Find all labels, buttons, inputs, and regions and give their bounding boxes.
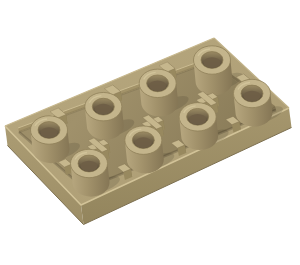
open-stud-ring	[233, 79, 272, 126]
plate-2x4-inverted-render	[0, 0, 300, 265]
open-stud-ring	[31, 116, 70, 163]
product-image-canvas	[0, 0, 300, 265]
stud-hole-floor	[40, 127, 57, 138]
stud-hole-floor	[149, 81, 166, 92]
open-stud-ring	[179, 103, 218, 150]
stud-hole-floor	[203, 57, 220, 68]
stud-hole-floor	[243, 91, 260, 102]
open-stud-ring	[125, 126, 164, 173]
stud-hole-floor	[95, 104, 112, 115]
open-stud-ring	[193, 46, 232, 95]
open-stud-ring	[139, 69, 178, 116]
stud-hole-floor	[80, 161, 97, 172]
open-stud-ring	[85, 92, 124, 139]
stud-hole-floor	[135, 137, 152, 148]
stud-hole-floor	[189, 114, 206, 125]
lego-part-figure	[0, 0, 300, 265]
open-stud-ring	[71, 149, 110, 196]
